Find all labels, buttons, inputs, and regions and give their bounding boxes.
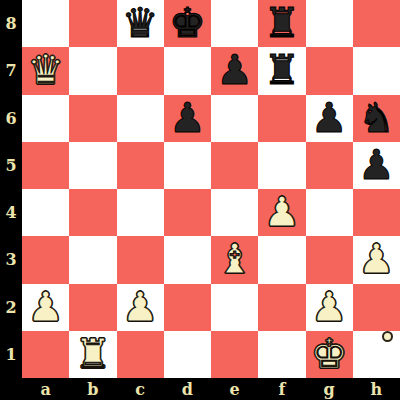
square-c6[interactable] bbox=[117, 95, 164, 142]
rank-label-3: 3 bbox=[0, 236, 22, 283]
square-e2[interactable] bbox=[211, 284, 258, 331]
square-b4[interactable] bbox=[69, 189, 116, 236]
square-c3[interactable] bbox=[117, 236, 164, 283]
file-label-f: f bbox=[258, 378, 305, 400]
piece-black-pawn[interactable]: ♟ bbox=[306, 95, 353, 142]
square-b1[interactable]: ♜ bbox=[69, 331, 116, 378]
piece-white-pawn[interactable]: ♟ bbox=[258, 189, 305, 236]
square-a4[interactable] bbox=[22, 189, 69, 236]
square-a5[interactable] bbox=[22, 142, 69, 189]
square-a6[interactable] bbox=[22, 95, 69, 142]
square-f6[interactable] bbox=[258, 95, 305, 142]
square-d2[interactable] bbox=[164, 284, 211, 331]
square-a8[interactable] bbox=[22, 0, 69, 47]
rank-label-4: 4 bbox=[0, 189, 22, 236]
rank-label-2: 2 bbox=[0, 284, 22, 331]
square-g1[interactable]: ♚ bbox=[306, 331, 353, 378]
square-g2[interactable]: ♟ bbox=[306, 284, 353, 331]
square-c7[interactable] bbox=[117, 47, 164, 94]
square-c5[interactable] bbox=[117, 142, 164, 189]
square-h6[interactable]: ♞ bbox=[353, 95, 400, 142]
square-e8[interactable] bbox=[211, 0, 258, 47]
piece-black-rook[interactable]: ♜ bbox=[258, 0, 305, 47]
square-g8[interactable] bbox=[306, 0, 353, 47]
square-a7[interactable]: ♛ bbox=[22, 47, 69, 94]
square-e5[interactable] bbox=[211, 142, 258, 189]
square-b3[interactable] bbox=[69, 236, 116, 283]
square-b7[interactable] bbox=[69, 47, 116, 94]
square-f1[interactable] bbox=[258, 331, 305, 378]
file-labels: abcdefgh bbox=[22, 378, 400, 400]
square-c4[interactable] bbox=[117, 189, 164, 236]
piece-white-rook[interactable]: ♜ bbox=[69, 331, 116, 378]
square-a2[interactable]: ♟ bbox=[22, 284, 69, 331]
chess-diagram: 87654321 ♛♚♜♛♟♜♟♟♞♟♟♝♟♟♟♟♜♚ abcdefgh bbox=[0, 0, 400, 400]
piece-black-pawn[interactable]: ♟ bbox=[353, 142, 400, 189]
square-h5[interactable]: ♟ bbox=[353, 142, 400, 189]
square-d5[interactable] bbox=[164, 142, 211, 189]
square-e1[interactable] bbox=[211, 331, 258, 378]
rank-label-5: 5 bbox=[0, 142, 22, 189]
piece-black-queen[interactable]: ♛ bbox=[117, 0, 164, 47]
square-a1[interactable] bbox=[22, 331, 69, 378]
square-b2[interactable] bbox=[69, 284, 116, 331]
square-h7[interactable] bbox=[353, 47, 400, 94]
square-c1[interactable] bbox=[117, 331, 164, 378]
square-g5[interactable] bbox=[306, 142, 353, 189]
square-f7[interactable]: ♜ bbox=[258, 47, 305, 94]
square-f5[interactable] bbox=[258, 142, 305, 189]
file-label-d: d bbox=[164, 378, 211, 400]
piece-black-pawn[interactable]: ♟ bbox=[164, 95, 211, 142]
piece-white-pawn[interactable]: ♟ bbox=[117, 284, 164, 331]
square-c2[interactable]: ♟ bbox=[117, 284, 164, 331]
square-g3[interactable] bbox=[306, 236, 353, 283]
rank-label-6: 6 bbox=[0, 95, 22, 142]
square-f2[interactable] bbox=[258, 284, 305, 331]
square-d4[interactable] bbox=[164, 189, 211, 236]
square-f3[interactable] bbox=[258, 236, 305, 283]
square-e4[interactable] bbox=[211, 189, 258, 236]
square-d1[interactable] bbox=[164, 331, 211, 378]
square-h1[interactable] bbox=[353, 331, 400, 378]
piece-white-pawn[interactable]: ♟ bbox=[22, 284, 69, 331]
piece-black-knight[interactable]: ♞ bbox=[353, 95, 400, 142]
square-a3[interactable] bbox=[22, 236, 69, 283]
square-d6[interactable]: ♟ bbox=[164, 95, 211, 142]
square-e7[interactable]: ♟ bbox=[211, 47, 258, 94]
square-b5[interactable] bbox=[69, 142, 116, 189]
square-c8[interactable]: ♛ bbox=[117, 0, 164, 47]
square-g7[interactable] bbox=[306, 47, 353, 94]
square-b6[interactable] bbox=[69, 95, 116, 142]
square-g6[interactable]: ♟ bbox=[306, 95, 353, 142]
piece-white-pawn[interactable]: ♟ bbox=[306, 284, 353, 331]
square-d3[interactable] bbox=[164, 236, 211, 283]
rank-label-8: 8 bbox=[0, 0, 22, 47]
file-label-a: a bbox=[22, 378, 69, 400]
square-h2[interactable] bbox=[353, 284, 400, 331]
rank-labels: 87654321 bbox=[0, 0, 22, 378]
file-label-c: c bbox=[117, 378, 164, 400]
file-label-e: e bbox=[211, 378, 258, 400]
square-h4[interactable] bbox=[353, 189, 400, 236]
square-f8[interactable]: ♜ bbox=[258, 0, 305, 47]
square-f4[interactable]: ♟ bbox=[258, 189, 305, 236]
piece-black-pawn[interactable]: ♟ bbox=[211, 47, 258, 94]
chess-board: ♛♚♜♛♟♜♟♟♞♟♟♝♟♟♟♟♜♚ bbox=[22, 0, 400, 378]
piece-black-rook[interactable]: ♜ bbox=[258, 47, 305, 94]
file-label-b: b bbox=[69, 378, 116, 400]
piece-white-bishop[interactable]: ♝ bbox=[211, 236, 258, 283]
square-e3[interactable]: ♝ bbox=[211, 236, 258, 283]
square-d7[interactable] bbox=[164, 47, 211, 94]
piece-white-queen[interactable]: ♛ bbox=[22, 47, 69, 94]
square-e6[interactable] bbox=[211, 95, 258, 142]
piece-white-pawn[interactable]: ♟ bbox=[353, 236, 400, 283]
square-g4[interactable] bbox=[306, 189, 353, 236]
square-h3[interactable]: ♟ bbox=[353, 236, 400, 283]
square-h8[interactable] bbox=[353, 0, 400, 47]
rank-label-1: 1 bbox=[0, 331, 22, 378]
rank-label-7: 7 bbox=[0, 47, 22, 94]
square-d8[interactable]: ♚ bbox=[164, 0, 211, 47]
file-label-h: h bbox=[353, 378, 400, 400]
file-label-g: g bbox=[306, 378, 353, 400]
piece-black-king[interactable]: ♚ bbox=[164, 0, 211, 47]
square-b8[interactable] bbox=[69, 0, 116, 47]
piece-white-king[interactable]: ♚ bbox=[306, 331, 353, 378]
annotation-dot bbox=[382, 331, 393, 342]
